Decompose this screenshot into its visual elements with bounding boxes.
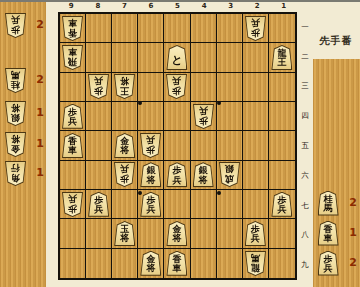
square-3一[interactable] [217,14,243,43]
square-9五[interactable]: 香車 [60,131,86,160]
square-3九[interactable] [217,249,243,278]
rank-label-三: 三 [299,72,311,102]
gote-hand-角行[interactable]: 角行1 [4,160,44,186]
square-6四[interactable] [138,102,164,131]
piece-金将-sente[interactable]: 金将 [114,133,135,158]
square-2七[interactable] [243,190,269,219]
turn-indicator: 先手番 [312,34,360,48]
square-5五[interactable] [164,131,190,160]
square-6八[interactable] [138,219,164,248]
square-6五[interactable]: 歩兵 [138,131,164,160]
square-3二[interactable] [217,43,243,72]
shogi-app: 歩兵2桂馬2銀将1金将1角行1 987654321 一二三四五六七八九 香車歩兵… [0,0,360,287]
square-2一[interactable]: 歩兵 [243,14,269,43]
piece-歩兵-sente[interactable]: 歩兵 [271,192,292,217]
square-6三[interactable] [138,73,164,102]
file-label-3: 3 [217,2,244,11]
rank-label-四: 四 [299,101,311,131]
square-2九[interactable]: 龍馬 [243,249,269,278]
square-3四[interactable] [217,102,243,131]
square-9二[interactable]: 飛車 [60,43,86,72]
square-6一[interactable] [138,14,164,43]
piece-銀将-gote[interactable]: 銀将 [5,101,26,126]
sente-hand-香車[interactable]: 香車1 [317,220,357,246]
file-label-8: 8 [85,2,112,11]
hand-count: 2 [36,73,44,86]
square-8八[interactable] [86,219,112,248]
hand-count: 2 [36,18,44,31]
square-1六[interactable] [269,161,295,190]
piece-歩兵-sente[interactable]: 歩兵 [245,221,266,246]
piece-歩兵-gote[interactable]: 歩兵 [62,192,83,217]
square-5六[interactable]: 歩兵 [164,161,190,190]
square-7七[interactable] [112,190,138,219]
piece-歩兵-gote[interactable]: 歩兵 [245,16,266,41]
square-1八[interactable] [269,219,295,248]
gote-hand-銀将[interactable]: 銀将1 [4,100,44,126]
file-label-2: 2 [244,2,271,11]
piece-銀将-sente[interactable]: 銀将 [140,162,161,187]
piece-金将-sente[interactable]: 金将 [140,251,161,276]
rank-labels: 一二三四五六七八九 [299,12,311,280]
square-3七[interactable] [217,190,243,219]
piece-角行-gote[interactable]: 角行 [5,161,26,186]
piece-歩兵-sente[interactable]: 歩兵 [88,192,109,217]
square-1三[interactable] [269,73,295,102]
square-1七[interactable]: 歩兵 [269,190,295,219]
hand-count: 1 [349,226,357,239]
gote-hand-stand: 歩兵2桂馬2銀将1金将1角行1 [0,2,46,287]
square-6七[interactable]: 歩兵 [138,190,164,219]
piece-歩兵-gote[interactable]: 歩兵 [140,133,161,158]
square-9八[interactable] [60,219,86,248]
square-3六[interactable]: 成銀 [217,161,243,190]
piece-飛車-gote[interactable]: 飛車 [62,45,83,70]
gote-hand-金将[interactable]: 金将1 [4,131,44,157]
file-label-5: 5 [164,2,191,11]
square-4七[interactable] [191,190,217,219]
square-5四[interactable] [164,102,190,131]
piece-金将-gote[interactable]: 金将 [5,132,26,157]
rank-label-六: 六 [299,161,311,191]
square-5七[interactable] [164,190,190,219]
piece-桂馬-gote[interactable]: 桂馬 [5,68,26,93]
square-7六[interactable]: 歩兵 [112,161,138,190]
square-1四[interactable] [269,102,295,131]
square-8三[interactable]: 歩兵 [86,73,112,102]
square-9七[interactable]: 歩兵 [60,190,86,219]
square-5二[interactable]: と [164,43,190,72]
piece-桂馬-sente[interactable]: 桂馬 [318,191,339,216]
square-9一[interactable]: 香車 [60,14,86,43]
gote-hand-桂馬[interactable]: 桂馬2 [4,67,44,93]
square-9六[interactable] [60,161,86,190]
hand-count: 1 [36,166,44,179]
file-label-6: 6 [138,2,165,11]
hand-count: 2 [349,256,357,269]
sente-hand-歩兵[interactable]: 歩兵2 [317,250,357,276]
square-3五[interactable] [217,131,243,160]
piece-歩兵-gote[interactable]: 歩兵 [193,104,214,129]
piece-歩兵-sente[interactable]: 歩兵 [166,162,187,187]
piece-銀将-sente[interactable]: 銀将 [193,162,214,187]
square-2五[interactable] [243,131,269,160]
square-2三[interactable] [243,73,269,102]
file-label-1: 1 [271,2,298,11]
square-8七[interactable]: 歩兵 [86,190,112,219]
square-7八[interactable]: 玉将 [112,219,138,248]
square-3三[interactable] [217,73,243,102]
square-2八[interactable]: 歩兵 [243,219,269,248]
square-6六[interactable]: 銀将 [138,161,164,190]
hoshi-star-point [138,191,142,195]
square-7五[interactable]: 金将 [112,131,138,160]
piece-歩兵-gote[interactable]: 歩兵 [88,74,109,99]
hand-count: 2 [349,196,357,209]
square-1五[interactable] [269,131,295,160]
square-7九[interactable] [112,249,138,278]
square-4一[interactable] [191,14,217,43]
square-7四[interactable] [112,102,138,131]
piece-歩兵-gote[interactable]: 歩兵 [114,162,135,187]
square-8五[interactable] [86,131,112,160]
square-6九[interactable]: 金将 [138,249,164,278]
sente-hand-桂馬[interactable]: 桂馬2 [317,190,357,216]
square-7二[interactable] [112,43,138,72]
square-1九[interactable] [269,249,295,278]
square-8四[interactable] [86,102,112,131]
piece-香車-sente[interactable]: 香車 [62,133,83,158]
piece-龍王-sente[interactable]: 龍王 [271,45,292,70]
hand-count: 1 [36,106,44,119]
square-2二[interactable] [243,43,269,72]
square-8一[interactable] [86,14,112,43]
square-9三[interactable] [60,73,86,102]
square-8九[interactable] [86,249,112,278]
rank-label-八: 八 [299,220,311,250]
square-5一[interactable] [164,14,190,43]
shogi-board[interactable]: 香車歩兵飛車と龍王歩兵王将歩兵歩兵歩兵香車金将歩兵歩兵銀将歩兵銀将成銀歩兵歩兵歩… [58,12,297,280]
square-1一[interactable] [269,14,295,43]
rank-label-五: 五 [299,131,311,161]
piece-龍馬-gote[interactable]: 龍馬 [245,251,266,276]
file-label-9: 9 [58,2,85,11]
file-label-7: 7 [111,2,138,11]
square-4二[interactable] [191,43,217,72]
square-1二[interactable]: 龍王 [269,43,295,72]
rank-label-九: 九 [299,250,311,280]
square-9四[interactable]: 歩兵 [60,102,86,131]
square-9九[interactable] [60,249,86,278]
square-5九[interactable]: 香車 [164,249,190,278]
square-2六[interactable] [243,161,269,190]
square-4八[interactable] [191,219,217,248]
square-2四[interactable] [243,102,269,131]
hand-count: 1 [36,137,44,150]
square-8六[interactable] [86,161,112,190]
file-labels: 987654321 [58,2,297,11]
piece-歩兵-gote[interactable]: 歩兵 [166,74,187,99]
piece-香車-sente[interactable]: 香車 [166,251,187,276]
piece-香車-sente[interactable]: 香車 [318,221,339,246]
square-4九[interactable] [191,249,217,278]
square-4三[interactable] [191,73,217,102]
file-label-4: 4 [191,2,218,11]
piece-と-sente[interactable]: と [166,45,187,70]
rank-label-二: 二 [299,42,311,72]
square-4六[interactable]: 銀将 [191,161,217,190]
piece-香車-gote[interactable]: 香車 [62,16,83,41]
piece-王将-gote[interactable]: 王将 [114,74,135,99]
gote-hand-歩兵[interactable]: 歩兵2 [4,12,44,38]
piece-歩兵-sente[interactable]: 歩兵 [140,192,161,217]
piece-玉将-sente[interactable]: 玉将 [114,221,135,246]
piece-歩兵-gote[interactable]: 歩兵 [5,13,26,38]
square-7三[interactable]: 王将 [112,73,138,102]
square-6二[interactable] [138,43,164,72]
square-4四[interactable]: 歩兵 [191,102,217,131]
piece-金将-sente[interactable]: 金将 [166,221,187,246]
piece-成銀-gote[interactable]: 成銀 [219,162,240,187]
square-8二[interactable] [86,43,112,72]
rank-label-一: 一 [299,12,311,42]
square-4五[interactable] [191,131,217,160]
square-7一[interactable] [112,14,138,43]
square-5三[interactable]: 歩兵 [164,73,190,102]
piece-歩兵-sente[interactable]: 歩兵 [318,251,339,276]
square-3八[interactable] [217,219,243,248]
rank-label-七: 七 [299,191,311,221]
piece-歩兵-sente[interactable]: 歩兵 [62,104,83,129]
square-5八[interactable]: 金将 [164,219,190,248]
sente-hand-stand: 桂馬2香車1歩兵2 [313,59,360,287]
